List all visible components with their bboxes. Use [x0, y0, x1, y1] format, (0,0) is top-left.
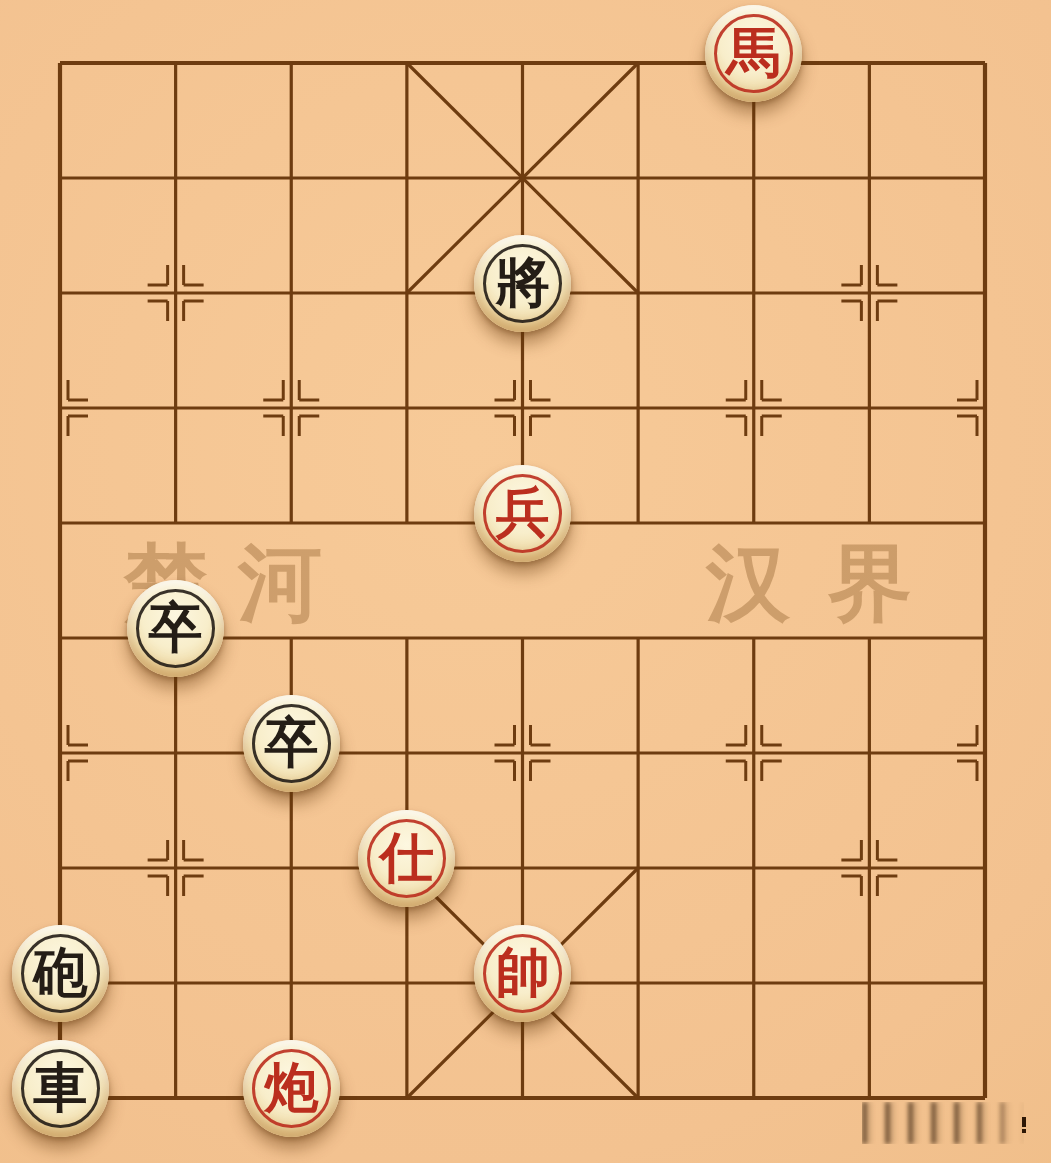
red-general[interactable]: 帥	[474, 925, 571, 1022]
black-soldier[interactable]: 卒	[243, 695, 340, 792]
piece-glyph: 馬	[727, 25, 781, 79]
red-advisor[interactable]: 仕	[358, 810, 455, 907]
xiangqi-app: 楚 河 汉 界 馬將兵卒卒仕帥砲車炮	[0, 0, 1051, 1163]
black-soldier[interactable]: 卒	[127, 580, 224, 677]
black-chariot[interactable]: 車	[12, 1040, 109, 1137]
piece-glyph: 砲	[34, 945, 88, 999]
piece-glyph: 車	[34, 1060, 88, 1114]
blurred-watermark	[862, 1102, 1024, 1144]
piece-glyph: 帥	[496, 945, 550, 999]
black-cannon[interactable]: 砲	[12, 925, 109, 1022]
black-general[interactable]: 將	[474, 235, 571, 332]
piece-glyph: 卒	[149, 600, 203, 654]
red-horse[interactable]: 馬	[705, 5, 802, 102]
piece-glyph: 兵	[496, 485, 550, 539]
piece-glyph: 卒	[265, 715, 319, 769]
piece-glyph: 炮	[265, 1060, 319, 1114]
red-cannon[interactable]: 炮	[243, 1040, 340, 1137]
piece-glyph: 仕	[380, 830, 434, 884]
piece-glyph: 將	[496, 255, 550, 309]
watermark-tick-icon	[1022, 1117, 1026, 1133]
red-soldier[interactable]: 兵	[474, 465, 571, 562]
